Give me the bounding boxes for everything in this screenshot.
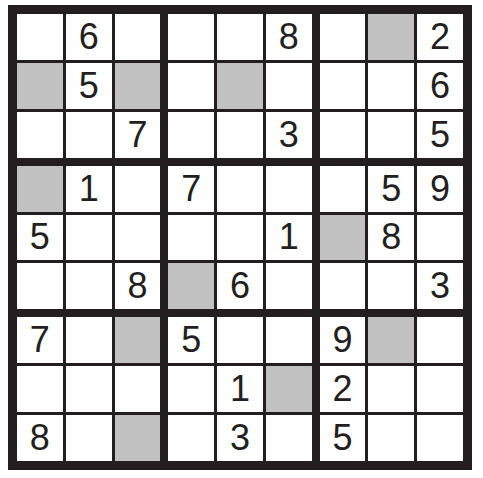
given-digit: 5 bbox=[381, 171, 401, 207]
cell-r7c2[interactable] bbox=[66, 317, 112, 363]
given-digit: 2 bbox=[430, 19, 450, 55]
cell-r4c3[interactable] bbox=[115, 166, 161, 212]
cell-r3c1[interactable] bbox=[17, 112, 63, 158]
cell-r2c3-shaded[interactable] bbox=[115, 63, 161, 109]
given-digit: 1 bbox=[279, 219, 299, 255]
cell-r4c4[interactable]: 7 bbox=[168, 166, 214, 212]
given-digit: 7 bbox=[181, 171, 201, 207]
cell-r3c6[interactable]: 3 bbox=[266, 112, 312, 158]
cell-r3c8[interactable] bbox=[368, 112, 414, 158]
given-digit: 7 bbox=[127, 117, 147, 153]
cell-r4c5[interactable] bbox=[217, 166, 263, 212]
page: 68256735175951886375912835 bbox=[0, 5, 483, 478]
given-digit: 2 bbox=[333, 371, 353, 407]
cell-r1c9[interactable]: 2 bbox=[417, 14, 463, 60]
cell-r8c9[interactable] bbox=[417, 366, 463, 412]
given-digit: 1 bbox=[230, 371, 250, 407]
cell-r2c7[interactable] bbox=[320, 63, 366, 109]
given-digit: 6 bbox=[230, 268, 250, 304]
cell-r2c1-shaded[interactable] bbox=[17, 63, 63, 109]
cell-r9c1[interactable]: 8 bbox=[17, 415, 63, 461]
cell-r5c4[interactable] bbox=[168, 215, 214, 261]
cell-r5c5[interactable] bbox=[217, 215, 263, 261]
cell-r2c6[interactable] bbox=[266, 63, 312, 109]
cell-r4c8[interactable]: 5 bbox=[368, 166, 414, 212]
cell-r1c7[interactable] bbox=[320, 14, 366, 60]
cell-r8c8[interactable] bbox=[368, 366, 414, 412]
cell-r6c7[interactable] bbox=[320, 263, 366, 309]
given-digit: 6 bbox=[79, 19, 99, 55]
cell-r4c7[interactable] bbox=[320, 166, 366, 212]
cell-r9c2[interactable] bbox=[66, 415, 112, 461]
cell-r9c7[interactable]: 5 bbox=[320, 415, 366, 461]
cell-r4c9[interactable]: 9 bbox=[417, 166, 463, 212]
given-digit: 8 bbox=[30, 420, 50, 456]
cell-r1c1[interactable] bbox=[17, 14, 63, 60]
cell-r1c2[interactable]: 6 bbox=[66, 14, 112, 60]
cell-r7c4[interactable]: 5 bbox=[168, 317, 214, 363]
cell-r2c2[interactable]: 5 bbox=[66, 63, 112, 109]
cell-r4c1-shaded[interactable] bbox=[17, 166, 63, 212]
cell-r7c5[interactable] bbox=[217, 317, 263, 363]
given-digit: 3 bbox=[430, 268, 450, 304]
cell-r5c7-shaded[interactable] bbox=[320, 215, 366, 261]
cell-r8c4[interactable] bbox=[168, 366, 214, 412]
cell-r3c9[interactable]: 5 bbox=[417, 112, 463, 158]
cell-r6c6[interactable] bbox=[266, 263, 312, 309]
given-digit: 8 bbox=[279, 19, 299, 55]
cell-r2c9[interactable]: 6 bbox=[417, 63, 463, 109]
cell-r8c1[interactable] bbox=[17, 366, 63, 412]
cell-r5c8[interactable]: 8 bbox=[368, 215, 414, 261]
given-digit: 5 bbox=[181, 322, 201, 358]
sudoku-board: 68256735175951886375912835 bbox=[8, 5, 472, 470]
cell-r5c3[interactable] bbox=[115, 215, 161, 261]
cell-r2c4[interactable] bbox=[168, 63, 214, 109]
cell-r6c3[interactable]: 8 bbox=[115, 263, 161, 309]
given-digit: 6 bbox=[430, 68, 450, 104]
cell-r9c3-shaded[interactable] bbox=[115, 415, 161, 461]
cell-r3c3[interactable]: 7 bbox=[115, 112, 161, 158]
cell-r7c9[interactable] bbox=[417, 317, 463, 363]
cell-r6c1[interactable] bbox=[17, 263, 63, 309]
cell-r2c8[interactable] bbox=[368, 63, 414, 109]
cell-r4c2[interactable]: 1 bbox=[66, 166, 112, 212]
cell-r1c3[interactable] bbox=[115, 14, 161, 60]
cell-r3c4[interactable] bbox=[168, 112, 214, 158]
cell-r8c3[interactable] bbox=[115, 366, 161, 412]
cell-r8c5[interactable]: 1 bbox=[217, 366, 263, 412]
cell-r7c7[interactable]: 9 bbox=[320, 317, 366, 363]
cell-r6c9[interactable]: 3 bbox=[417, 263, 463, 309]
cell-r7c3-shaded[interactable] bbox=[115, 317, 161, 363]
cell-r6c8[interactable] bbox=[368, 263, 414, 309]
given-digit: 3 bbox=[279, 117, 299, 153]
cell-r9c9[interactable] bbox=[417, 415, 463, 461]
given-digit: 9 bbox=[430, 171, 450, 207]
given-digit: 5 bbox=[333, 420, 353, 456]
given-digit: 5 bbox=[79, 68, 99, 104]
cell-r7c6[interactable] bbox=[266, 317, 312, 363]
cell-r6c4-shaded[interactable] bbox=[168, 263, 214, 309]
cell-r5c1[interactable]: 5 bbox=[17, 215, 63, 261]
cell-r1c8-shaded[interactable] bbox=[368, 14, 414, 60]
cell-r9c6[interactable] bbox=[266, 415, 312, 461]
cell-r5c9[interactable] bbox=[417, 215, 463, 261]
cell-r3c2[interactable] bbox=[66, 112, 112, 158]
given-digit: 1 bbox=[79, 171, 99, 207]
cell-r9c4[interactable] bbox=[168, 415, 214, 461]
cell-r1c4[interactable] bbox=[168, 14, 214, 60]
cell-r8c2[interactable] bbox=[66, 366, 112, 412]
cell-r8c6-shaded[interactable] bbox=[266, 366, 312, 412]
cell-r6c5[interactable]: 6 bbox=[217, 263, 263, 309]
cell-r7c8-shaded[interactable] bbox=[368, 317, 414, 363]
given-digit: 8 bbox=[127, 268, 147, 304]
cell-r3c5[interactable] bbox=[217, 112, 263, 158]
cell-r2c5-shaded[interactable] bbox=[217, 63, 263, 109]
cell-r9c5[interactable]: 3 bbox=[217, 415, 263, 461]
cell-r5c2[interactable] bbox=[66, 215, 112, 261]
given-digit: 5 bbox=[430, 117, 450, 153]
given-digit: 5 bbox=[30, 219, 50, 255]
cell-r1c6[interactable]: 8 bbox=[266, 14, 312, 60]
cell-r7c1[interactable]: 7 bbox=[17, 317, 63, 363]
given-digit: 9 bbox=[333, 322, 353, 358]
cell-r8c7[interactable]: 2 bbox=[320, 366, 366, 412]
cell-r9c8[interactable] bbox=[368, 415, 414, 461]
given-digit: 8 bbox=[381, 219, 401, 255]
given-digit: 7 bbox=[30, 322, 50, 358]
given-digit: 3 bbox=[230, 420, 250, 456]
cell-r6c2[interactable] bbox=[66, 263, 112, 309]
cell-r4c6[interactable] bbox=[266, 166, 312, 212]
cell-r3c7[interactable] bbox=[320, 112, 366, 158]
cell-r1c5[interactable] bbox=[217, 14, 263, 60]
cell-r5c6[interactable]: 1 bbox=[266, 215, 312, 261]
